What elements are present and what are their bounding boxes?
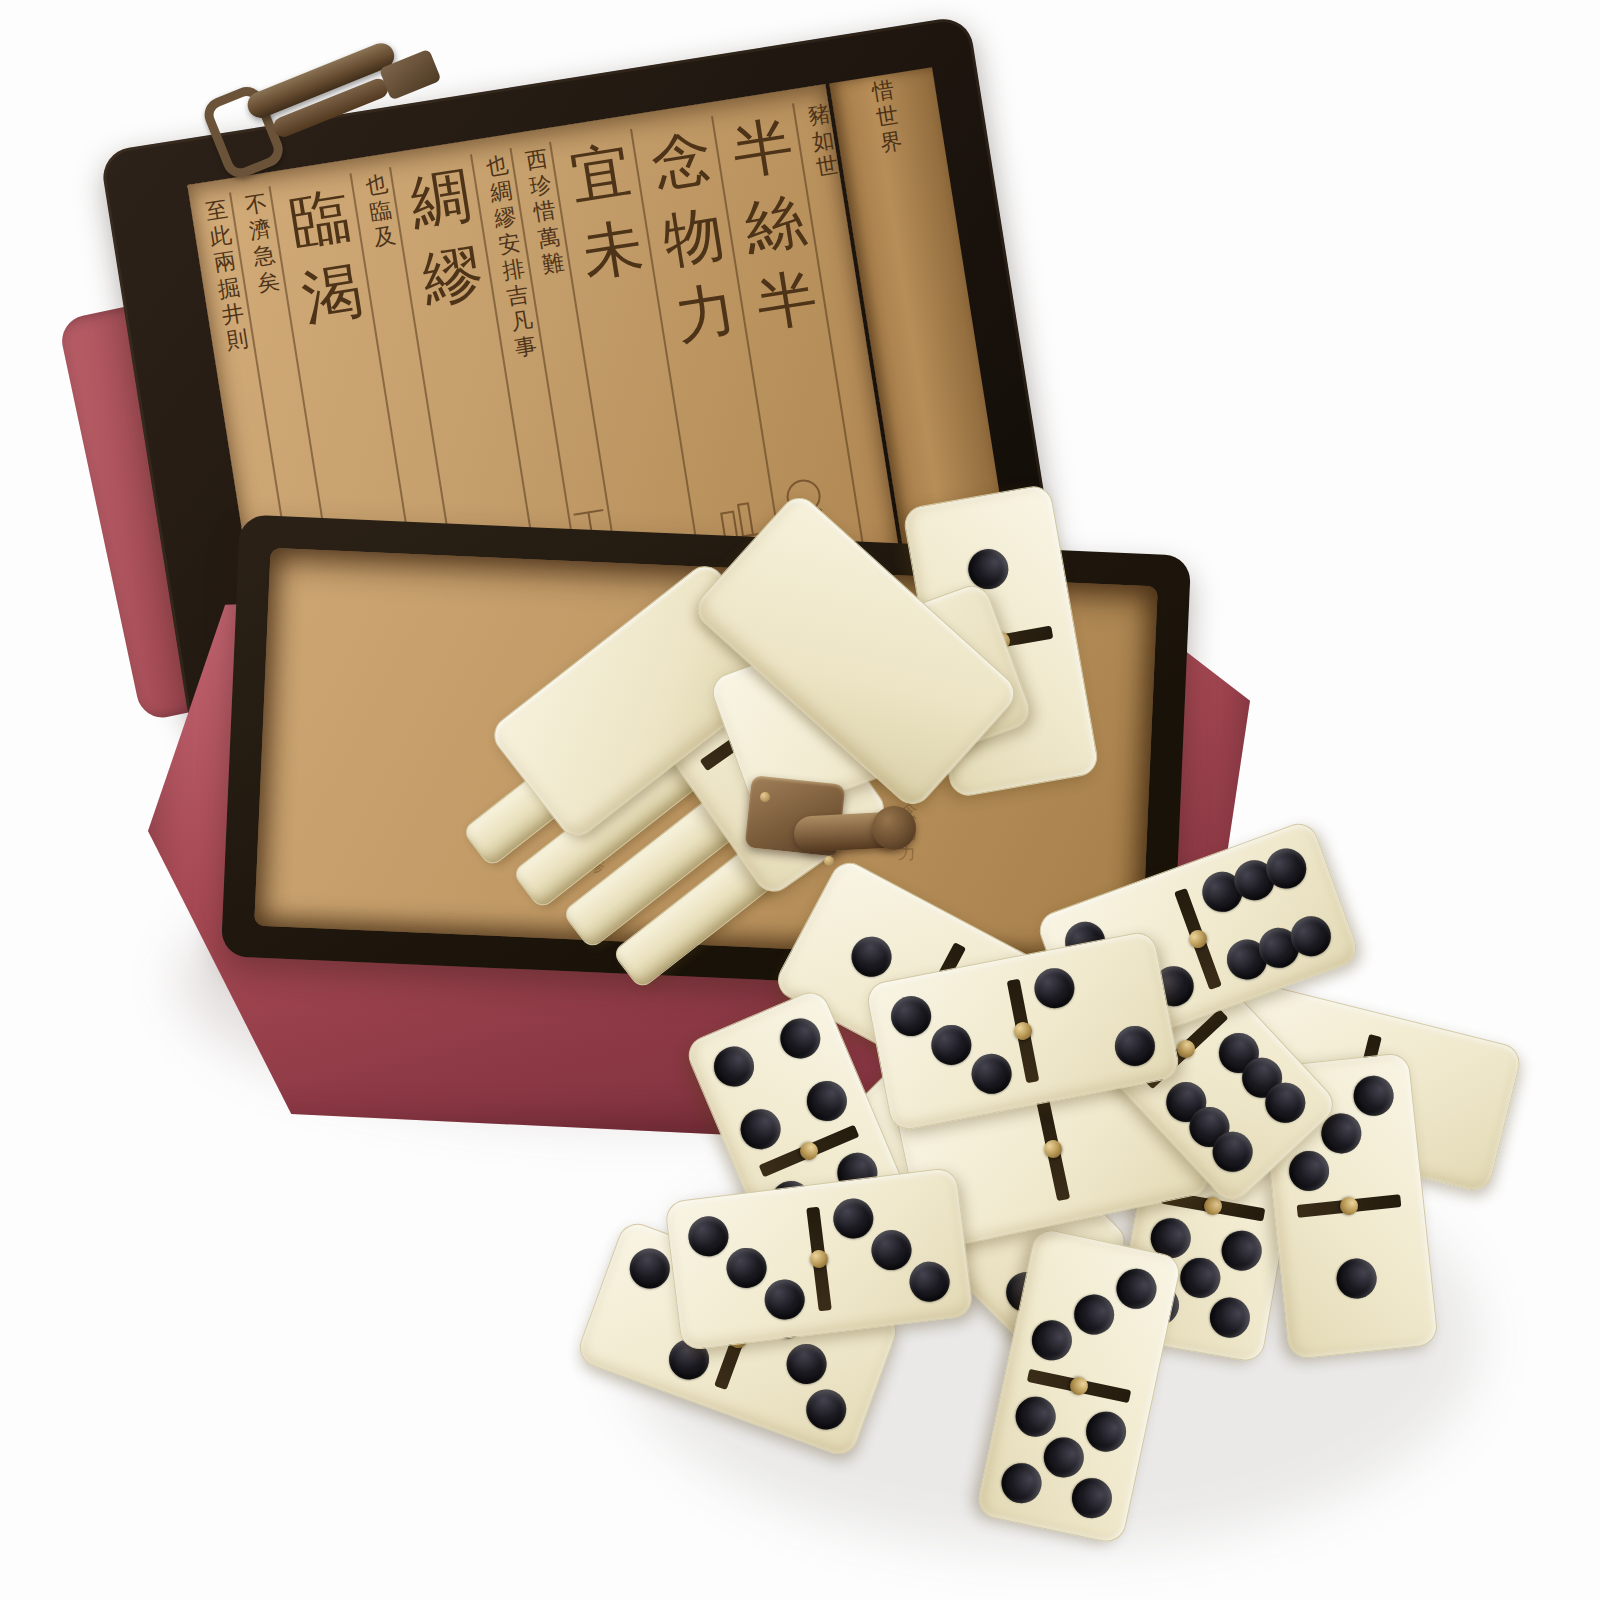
lid-character: 濟 (248, 217, 274, 244)
lid-character: 西 (524, 147, 550, 174)
pip (781, 1338, 832, 1389)
pip (907, 1259, 952, 1304)
catch-screw-icon (760, 792, 770, 802)
domino-half-left-3 (665, 1186, 828, 1351)
pip (724, 1246, 769, 1291)
lid-character: 也 (484, 153, 510, 180)
lid-character: 絲 (740, 187, 810, 263)
lid-character: 不 (243, 191, 269, 218)
pip (831, 1197, 876, 1242)
lid-character: 臨 (368, 198, 394, 225)
lid-character: 事 (513, 334, 539, 361)
pip (1112, 1265, 1159, 1312)
lid-character: 念 (647, 123, 717, 199)
lid-character: 難 (540, 250, 566, 277)
domino-half-right-1 (1275, 1198, 1437, 1359)
lid-wall-character: 界 (879, 129, 905, 156)
pip (1218, 1228, 1264, 1274)
lid-wall-character: 世 (875, 103, 901, 130)
pip (1070, 1291, 1117, 1338)
lid-character: 此 (208, 223, 234, 250)
lid-character: 也 (364, 172, 390, 199)
pip (1111, 1022, 1158, 1069)
pip (1288, 1149, 1332, 1193)
lid-character: 則 (224, 327, 250, 354)
pip (800, 1383, 851, 1434)
pip (1029, 1316, 1076, 1363)
pip (1335, 1257, 1379, 1301)
pip (1040, 1434, 1087, 1481)
lid-character: 綢 (406, 161, 476, 237)
lid-character: 及 (372, 224, 398, 251)
pip (968, 1050, 1015, 1097)
pip (774, 1013, 826, 1065)
pip (869, 1228, 914, 1273)
lid-character: 物 (659, 199, 729, 275)
domino-half-right-3 (810, 1168, 973, 1333)
lid-character: 凡 (509, 308, 535, 335)
pip (1068, 1474, 1115, 1521)
lid-character: 半 (752, 263, 822, 339)
lid-character: 豬 (806, 102, 832, 129)
pip (1012, 1393, 1059, 1440)
lid-character: 珍 (528, 172, 554, 199)
pip (735, 1102, 787, 1154)
lid-character: 掘 (216, 275, 242, 302)
lid-character: 惜 (532, 198, 558, 225)
lid-character: 力 (671, 276, 741, 352)
lid-character: 萬 (536, 224, 562, 251)
lid-character: 綢 (489, 179, 515, 206)
lid-character: 世 (815, 154, 841, 181)
lid-character: 排 (501, 256, 527, 283)
pip (800, 1075, 852, 1127)
pip (687, 1214, 732, 1259)
lid-character: 至 (204, 197, 230, 224)
lid-character: 矣 (256, 269, 282, 296)
pip (1031, 965, 1078, 1012)
pip (844, 930, 898, 984)
pip (888, 993, 935, 1040)
lid-character: 半 (728, 110, 798, 186)
lid-character: 繆 (418, 238, 488, 314)
pip (1206, 1294, 1252, 1340)
pip (998, 1459, 1045, 1506)
lid-character: 繆 (493, 205, 519, 232)
lid-character: 臨 (285, 180, 355, 256)
pip (1082, 1408, 1129, 1455)
pip (708, 1041, 760, 1093)
pip (1177, 1255, 1223, 1301)
lid-character: 未 (578, 212, 648, 288)
pip (624, 1244, 675, 1295)
pip (928, 1021, 975, 1068)
lid-character: 宜 (566, 136, 636, 212)
lid-character: 吉 (505, 282, 531, 309)
pip (762, 1277, 807, 1322)
pip (1351, 1074, 1395, 1118)
catch-screw-icon (824, 856, 834, 866)
lid-character: 渴 (297, 257, 367, 333)
lid-character: 如 (811, 128, 837, 155)
lid-character: 兩 (212, 249, 238, 276)
lid-character: 急 (252, 243, 278, 270)
lid-character: 安 (497, 230, 523, 257)
product-photo-scene: 至此兩掘井則不濟急矣臨渴也臨及綢繆也綢繆安排吉凡事西珍惜萬難宜未念物力半絲半豬如… (0, 0, 1600, 1600)
lid-character: 井 (220, 301, 246, 328)
lid-wall-character: 惜 (870, 77, 896, 104)
front-catch-knob-cap (872, 806, 916, 850)
